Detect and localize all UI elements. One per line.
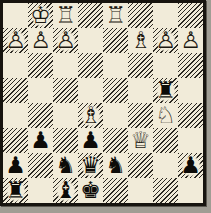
square-g7: ♙ — [153, 28, 178, 53]
square-g5: ♜ — [153, 78, 178, 103]
square-b7: ♙ — [28, 28, 53, 53]
square-a3 — [3, 128, 28, 153]
chess-board: ♔♖♖♙♙♙♗♙♙♜♗♘♟♟♕♟♞♛♞♟♜♝♚ — [0, 0, 206, 206]
square-b3: ♟ — [28, 128, 53, 153]
square-d6 — [78, 53, 103, 78]
square-c1: ♝ — [53, 178, 78, 203]
square-e6 — [103, 53, 128, 78]
square-h7: ♙ — [178, 28, 203, 53]
square-f8 — [128, 3, 153, 28]
square-d5 — [78, 78, 103, 103]
square-g6 — [153, 53, 178, 78]
square-h1 — [178, 178, 203, 203]
square-h4 — [178, 103, 203, 128]
black-knight: ♞ — [105, 154, 126, 177]
square-c3 — [53, 128, 78, 153]
square-e4 — [103, 103, 128, 128]
white-pawn: ♙ — [180, 29, 201, 52]
square-a4 — [3, 103, 28, 128]
square-g8 — [153, 3, 178, 28]
white-rook: ♖ — [105, 4, 126, 27]
black-rook: ♜ — [155, 79, 176, 102]
white-king: ♔ — [30, 4, 51, 27]
square-h5 — [178, 78, 203, 103]
black-pawn: ♟ — [5, 154, 26, 177]
scanned-page: ♔♖♖♙♙♙♗♙♙♜♗♘♟♟♕♟♞♛♞♟♜♝♚ — [0, 0, 211, 213]
square-f2 — [128, 153, 153, 178]
square-d4: ♗ — [78, 103, 103, 128]
white-queen: ♕ — [130, 129, 151, 152]
white-bishop: ♗ — [80, 104, 101, 127]
square-g3 — [153, 128, 178, 153]
black-king: ♚ — [80, 179, 101, 202]
square-b5 — [28, 78, 53, 103]
square-e8: ♖ — [103, 3, 128, 28]
white-bishop: ♗ — [130, 29, 151, 52]
white-knight: ♘ — [155, 104, 176, 127]
black-rook: ♜ — [5, 179, 26, 202]
square-b8: ♔ — [28, 3, 53, 28]
square-d8 — [78, 3, 103, 28]
black-queen: ♛ — [80, 154, 101, 177]
square-e7 — [103, 28, 128, 53]
square-f6 — [128, 53, 153, 78]
black-pawn: ♟ — [80, 129, 101, 152]
square-a7: ♙ — [3, 28, 28, 53]
square-h3 — [178, 128, 203, 153]
square-e1 — [103, 178, 128, 203]
square-a8 — [3, 3, 28, 28]
square-c7: ♙ — [53, 28, 78, 53]
square-b1 — [28, 178, 53, 203]
square-f5 — [128, 78, 153, 103]
white-pawn: ♙ — [5, 29, 26, 52]
square-h2: ♟ — [178, 153, 203, 178]
square-g2 — [153, 153, 178, 178]
square-e2: ♞ — [103, 153, 128, 178]
square-f3: ♕ — [128, 128, 153, 153]
square-b4 — [28, 103, 53, 128]
square-d7 — [78, 28, 103, 53]
square-c8: ♖ — [53, 3, 78, 28]
square-c5 — [53, 78, 78, 103]
square-e5 — [103, 78, 128, 103]
square-b2 — [28, 153, 53, 178]
square-f1 — [128, 178, 153, 203]
square-c4 — [53, 103, 78, 128]
square-a6 — [3, 53, 28, 78]
square-c2: ♞ — [53, 153, 78, 178]
square-c6 — [53, 53, 78, 78]
black-knight: ♞ — [55, 154, 76, 177]
square-e3 — [103, 128, 128, 153]
white-rook: ♖ — [55, 4, 76, 27]
square-a2: ♟ — [3, 153, 28, 178]
square-d2: ♛ — [78, 153, 103, 178]
square-a1: ♜ — [3, 178, 28, 203]
square-f4 — [128, 103, 153, 128]
square-h6 — [178, 53, 203, 78]
square-g4: ♘ — [153, 103, 178, 128]
black-bishop: ♝ — [55, 179, 76, 202]
white-pawn: ♙ — [155, 29, 176, 52]
white-pawn: ♙ — [30, 29, 51, 52]
black-pawn: ♟ — [30, 129, 51, 152]
black-pawn: ♟ — [180, 154, 201, 177]
square-d1: ♚ — [78, 178, 103, 203]
square-d3: ♟ — [78, 128, 103, 153]
square-a5 — [3, 78, 28, 103]
square-g1 — [153, 178, 178, 203]
white-pawn: ♙ — [55, 29, 76, 52]
square-f7: ♗ — [128, 28, 153, 53]
square-h8 — [178, 3, 203, 28]
square-b6 — [28, 53, 53, 78]
